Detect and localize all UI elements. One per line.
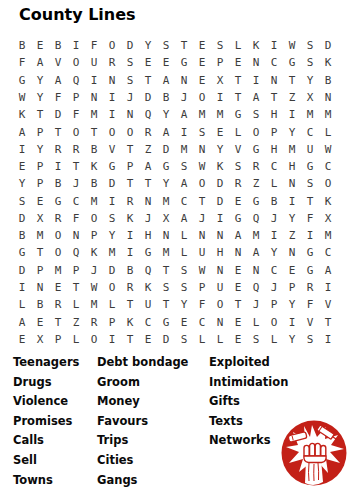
grid-cell[interactable]: S — [157, 279, 175, 296]
grid-cell[interactable]: L — [67, 331, 85, 348]
grid-cell[interactable]: O — [85, 210, 103, 227]
grid-cell[interactable]: A — [157, 123, 175, 140]
grid-cell[interactable]: B — [49, 37, 67, 54]
grid-cell[interactable]: X — [319, 210, 337, 227]
grid-cell[interactable]: T — [121, 331, 139, 348]
grid-cell[interactable]: N — [67, 227, 85, 244]
grid-cell[interactable]: P — [103, 313, 121, 330]
grid-cell[interactable]: B — [49, 175, 67, 192]
grid-cell[interactable]: H — [265, 141, 283, 158]
grid-cell[interactable]: E — [31, 37, 49, 54]
grid-cell[interactable]: Q — [247, 279, 265, 296]
grid-cell[interactable]: C — [265, 158, 283, 175]
grid-cell[interactable]: D — [211, 175, 229, 192]
grid-cell[interactable]: O — [67, 54, 85, 71]
grid-cell[interactable]: S — [301, 54, 319, 71]
grid-cell[interactable]: K — [247, 37, 265, 54]
grid-cell[interactable]: M — [85, 106, 103, 123]
grid-cell[interactable]: G — [247, 193, 265, 210]
grid-cell[interactable]: E — [283, 262, 301, 279]
grid-cell[interactable]: I — [283, 106, 301, 123]
grid-cell[interactable]: Q — [67, 244, 85, 261]
grid-cell[interactable]: V — [319, 296, 337, 313]
grid-cell[interactable]: L — [193, 331, 211, 348]
grid-cell[interactable]: I — [301, 227, 319, 244]
grid-cell[interactable]: B — [121, 262, 139, 279]
grid-cell[interactable]: M — [211, 106, 229, 123]
grid-cell[interactable]: G — [229, 106, 247, 123]
grid-cell[interactable]: O — [265, 313, 283, 330]
grid-cell[interactable]: G — [229, 210, 247, 227]
grid-cell[interactable]: D — [157, 331, 175, 348]
grid-cell[interactable]: T — [265, 89, 283, 106]
grid-cell[interactable]: W — [193, 158, 211, 175]
grid-cell[interactable]: N — [247, 262, 265, 279]
grid-cell[interactable]: D — [103, 175, 121, 192]
grid-cell[interactable]: I — [319, 279, 337, 296]
grid-cell[interactable]: R — [49, 296, 67, 313]
grid-cell[interactable]: C — [175, 193, 193, 210]
grid-cell[interactable]: A — [49, 72, 67, 89]
grid-cell[interactable]: N — [319, 89, 337, 106]
grid-cell[interactable]: Y — [31, 141, 49, 158]
grid-cell[interactable]: S — [193, 123, 211, 140]
grid-cell[interactable]: N — [283, 244, 301, 261]
grid-cell[interactable]: V — [49, 54, 67, 71]
grid-cell[interactable]: M — [301, 106, 319, 123]
grid-cell[interactable]: R — [121, 279, 139, 296]
grid-cell[interactable]: L — [175, 244, 193, 261]
grid-cell[interactable]: E — [49, 279, 67, 296]
grid-cell[interactable]: D — [211, 193, 229, 210]
grid-cell[interactable]: V — [229, 141, 247, 158]
grid-cell[interactable]: L — [229, 123, 247, 140]
grid-cell[interactable]: D — [103, 262, 121, 279]
grid-cell[interactable]: E — [229, 279, 247, 296]
grid-cell[interactable]: D — [139, 89, 157, 106]
grid-cell[interactable]: S — [175, 262, 193, 279]
grid-cell[interactable]: O — [67, 123, 85, 140]
grid-cell[interactable]: J — [265, 210, 283, 227]
grid-cell[interactable]: J — [139, 210, 157, 227]
grid-cell[interactable]: N — [193, 227, 211, 244]
grid-cell[interactable]: C — [265, 262, 283, 279]
grid-cell[interactable]: P — [85, 227, 103, 244]
grid-cell[interactable]: P — [49, 331, 67, 348]
grid-cell[interactable]: K — [319, 193, 337, 210]
grid-cell[interactable]: N — [85, 89, 103, 106]
grid-cell[interactable]: F — [301, 296, 319, 313]
grid-cell[interactable]: H — [139, 227, 157, 244]
grid-cell[interactable]: U — [193, 244, 211, 261]
grid-cell[interactable]: F — [13, 54, 31, 71]
grid-cell[interactable]: B — [31, 296, 49, 313]
grid-cell[interactable]: S — [175, 331, 193, 348]
grid-cell[interactable]: Y — [31, 89, 49, 106]
grid-cell[interactable]: Y — [301, 72, 319, 89]
grid-cell[interactable]: S — [13, 193, 31, 210]
grid-cell[interactable]: E — [139, 54, 157, 71]
grid-cell[interactable]: M — [157, 193, 175, 210]
grid-cell[interactable]: Y — [211, 141, 229, 158]
grid-cell[interactable]: X — [211, 72, 229, 89]
grid-cell[interactable]: N — [229, 244, 247, 261]
grid-cell[interactable]: H — [211, 244, 229, 261]
grid-cell[interactable]: M — [247, 227, 265, 244]
grid-cell[interactable]: G — [301, 244, 319, 261]
grid-cell[interactable]: T — [49, 123, 67, 140]
grid-cell[interactable]: A — [247, 89, 265, 106]
grid-cell[interactable]: R — [229, 175, 247, 192]
grid-cell[interactable]: K — [13, 106, 31, 123]
grid-cell[interactable]: K — [211, 158, 229, 175]
grid-cell[interactable]: M — [157, 244, 175, 261]
grid-cell[interactable]: L — [67, 296, 85, 313]
grid-cell[interactable]: G — [175, 54, 193, 71]
grid-cell[interactable]: C — [139, 313, 157, 330]
grid-cell[interactable]: J — [247, 296, 265, 313]
grid-cell[interactable]: J — [121, 89, 139, 106]
grid-cell[interactable]: F — [193, 296, 211, 313]
grid-cell[interactable]: I — [211, 210, 229, 227]
grid-cell[interactable]: G — [301, 158, 319, 175]
grid-cell[interactable]: T — [175, 37, 193, 54]
grid-cell[interactable]: N — [103, 72, 121, 89]
grid-cell[interactable]: Y — [157, 175, 175, 192]
grid-cell[interactable]: X — [157, 210, 175, 227]
grid-cell[interactable]: O — [319, 175, 337, 192]
grid-cell[interactable]: P — [121, 158, 139, 175]
grid-cell[interactable]: S — [211, 37, 229, 54]
grid-cell[interactable]: L — [103, 296, 121, 313]
grid-cell[interactable]: E — [229, 262, 247, 279]
grid-cell[interactable]: G — [49, 193, 67, 210]
grid-cell[interactable]: O — [103, 123, 121, 140]
grid-cell[interactable]: S — [301, 175, 319, 192]
grid-cell[interactable]: P — [67, 89, 85, 106]
grid-cell[interactable]: V — [103, 141, 121, 158]
grid-cell[interactable]: D — [319, 37, 337, 54]
grid-cell[interactable]: R — [49, 141, 67, 158]
grid-cell[interactable]: Y — [175, 296, 193, 313]
grid-cell[interactable]: N — [211, 227, 229, 244]
grid-cell[interactable]: I — [103, 106, 121, 123]
grid-cell[interactable]: Z — [283, 89, 301, 106]
grid-cell[interactable]: T — [31, 106, 49, 123]
grid-cell[interactable]: T — [121, 296, 139, 313]
grid-cell[interactable]: B — [157, 89, 175, 106]
grid-cell[interactable]: B — [85, 175, 103, 192]
grid-cell[interactable]: S — [103, 210, 121, 227]
grid-cell[interactable]: L — [211, 331, 229, 348]
grid-cell[interactable]: W — [13, 89, 31, 106]
grid-cell[interactable]: Y — [31, 72, 49, 89]
grid-cell[interactable]: F — [67, 210, 85, 227]
grid-cell[interactable]: M — [175, 141, 193, 158]
grid-cell[interactable]: I — [265, 227, 283, 244]
grid-cell[interactable]: I — [103, 89, 121, 106]
grid-cell[interactable]: M — [85, 296, 103, 313]
grid-cell[interactable]: Y — [157, 106, 175, 123]
grid-cell[interactable]: G — [247, 141, 265, 158]
grid-cell[interactable]: R — [139, 123, 157, 140]
grid-cell[interactable]: P — [283, 279, 301, 296]
grid-cell[interactable]: W — [283, 37, 301, 54]
grid-cell[interactable]: I — [175, 123, 193, 140]
grid-cell[interactable]: Q — [139, 106, 157, 123]
grid-cell[interactable]: M — [319, 106, 337, 123]
grid-cell[interactable]: V — [301, 313, 319, 330]
grid-cell[interactable]: Y — [139, 37, 157, 54]
grid-cell[interactable]: B — [85, 141, 103, 158]
grid-cell[interactable]: I — [67, 37, 85, 54]
grid-cell[interactable]: A — [319, 262, 337, 279]
grid-cell[interactable]: E — [157, 54, 175, 71]
grid-cell[interactable]: M — [319, 227, 337, 244]
grid-cell[interactable]: T — [301, 193, 319, 210]
grid-cell[interactable]: Q — [247, 210, 265, 227]
grid-cell[interactable]: A — [229, 227, 247, 244]
grid-cell[interactable]: R — [247, 158, 265, 175]
grid-cell[interactable]: G — [157, 158, 175, 175]
grid-cell[interactable]: N — [121, 106, 139, 123]
grid-cell[interactable]: E — [193, 72, 211, 89]
grid-cell[interactable]: C — [301, 123, 319, 140]
grid-cell[interactable]: N — [265, 72, 283, 89]
grid-cell[interactable]: X — [31, 331, 49, 348]
grid-cell[interactable]: L — [319, 123, 337, 140]
grid-cell[interactable]: E — [13, 158, 31, 175]
grid-cell[interactable]: M — [31, 227, 49, 244]
grid-cell[interactable]: T — [229, 296, 247, 313]
grid-cell[interactable]: T — [121, 175, 139, 192]
grid-cell[interactable]: L — [265, 331, 283, 348]
grid-cell[interactable]: I — [121, 227, 139, 244]
grid-cell[interactable]: G — [13, 244, 31, 261]
grid-cell[interactable]: I — [13, 141, 31, 158]
grid-cell[interactable]: K — [121, 210, 139, 227]
grid-cell[interactable]: W — [319, 141, 337, 158]
grid-cell[interactable]: D — [121, 37, 139, 54]
grid-cell[interactable]: P — [193, 279, 211, 296]
grid-cell[interactable]: U — [211, 279, 229, 296]
grid-cell[interactable]: I — [121, 244, 139, 261]
grid-cell[interactable]: E — [31, 313, 49, 330]
grid-cell[interactable]: B — [13, 37, 31, 54]
grid-cell[interactable]: M — [103, 244, 121, 261]
grid-cell[interactable]: I — [247, 72, 265, 89]
grid-cell[interactable]: H — [265, 106, 283, 123]
grid-cell[interactable]: O — [247, 123, 265, 140]
grid-cell[interactable]: N — [211, 262, 229, 279]
grid-cell[interactable]: S — [301, 37, 319, 54]
grid-cell[interactable]: I — [319, 331, 337, 348]
grid-cell[interactable]: P — [31, 158, 49, 175]
grid-cell[interactable]: E — [229, 193, 247, 210]
grid-cell[interactable]: I — [265, 37, 283, 54]
grid-cell[interactable]: A — [175, 210, 193, 227]
grid-cell[interactable]: B — [319, 72, 337, 89]
grid-cell[interactable]: T — [283, 72, 301, 89]
grid-cell[interactable]: I — [103, 331, 121, 348]
grid-cell[interactable]: I — [283, 313, 301, 330]
grid-cell[interactable]: C — [67, 193, 85, 210]
grid-cell[interactable]: M — [283, 141, 301, 158]
grid-cell[interactable]: T — [157, 296, 175, 313]
grid-cell[interactable]: I — [49, 158, 67, 175]
grid-cell[interactable]: Y — [103, 227, 121, 244]
grid-cell[interactable]: T — [193, 193, 211, 210]
grid-cell[interactable]: E — [229, 331, 247, 348]
grid-cell[interactable]: Z — [283, 227, 301, 244]
grid-cell[interactable]: H — [283, 158, 301, 175]
grid-cell[interactable]: L — [265, 175, 283, 192]
grid-cell[interactable]: O — [193, 175, 211, 192]
grid-cell[interactable]: E — [193, 54, 211, 71]
grid-cell[interactable]: P — [265, 296, 283, 313]
grid-cell[interactable]: T — [139, 175, 157, 192]
grid-cell[interactable]: A — [157, 72, 175, 89]
grid-cell[interactable]: C — [265, 54, 283, 71]
grid-cell[interactable]: Y — [283, 331, 301, 348]
grid-cell[interactable]: I — [13, 279, 31, 296]
grid-cell[interactable]: Z — [139, 141, 157, 158]
grid-cell[interactable]: O — [49, 244, 67, 261]
grid-cell[interactable]: Y — [265, 244, 283, 261]
grid-cell[interactable]: K — [85, 244, 103, 261]
grid-cell[interactable]: A — [31, 54, 49, 71]
grid-cell[interactable]: L — [229, 37, 247, 54]
grid-cell[interactable]: D — [49, 106, 67, 123]
grid-cell[interactable]: K — [85, 158, 103, 175]
grid-cell[interactable]: L — [247, 313, 265, 330]
grid-cell[interactable]: W — [193, 262, 211, 279]
grid-cell[interactable]: T — [319, 313, 337, 330]
grid-cell[interactable]: R — [67, 141, 85, 158]
grid-cell[interactable]: T — [121, 141, 139, 158]
grid-cell[interactable]: O — [103, 37, 121, 54]
grid-cell[interactable]: X — [301, 89, 319, 106]
grid-cell[interactable]: N — [139, 193, 157, 210]
grid-cell[interactable]: A — [13, 313, 31, 330]
grid-cell[interactable]: M — [49, 262, 67, 279]
grid-cell[interactable]: G — [139, 244, 157, 261]
grid-cell[interactable]: E — [31, 193, 49, 210]
grid-cell[interactable]: G — [13, 72, 31, 89]
grid-cell[interactable]: C — [319, 244, 337, 261]
grid-cell[interactable]: W — [85, 279, 103, 296]
grid-cell[interactable]: P — [31, 262, 49, 279]
grid-cell[interactable]: E — [229, 313, 247, 330]
grid-cell[interactable]: S — [175, 279, 193, 296]
grid-cell[interactable]: J — [265, 279, 283, 296]
grid-cell[interactable]: N — [247, 54, 265, 71]
grid-cell[interactable]: P — [67, 262, 85, 279]
grid-cell[interactable]: U — [85, 54, 103, 71]
grid-cell[interactable]: U — [301, 141, 319, 158]
grid-cell[interactable]: T — [229, 89, 247, 106]
grid-cell[interactable]: R — [103, 54, 121, 71]
grid-cell[interactable]: T — [139, 72, 157, 89]
grid-cell[interactable]: K — [121, 313, 139, 330]
grid-cell[interactable]: Z — [247, 175, 265, 192]
grid-cell[interactable]: R — [301, 279, 319, 296]
grid-cell[interactable]: K — [319, 54, 337, 71]
grid-cell[interactable]: T — [157, 262, 175, 279]
grid-cell[interactable]: B — [265, 193, 283, 210]
grid-cell[interactable]: A — [175, 106, 193, 123]
grid-cell[interactable]: Y — [13, 175, 31, 192]
grid-cell[interactable]: O — [85, 331, 103, 348]
grid-cell[interactable]: N — [193, 141, 211, 158]
grid-cell[interactable]: I — [85, 72, 103, 89]
grid-cell[interactable]: G — [157, 313, 175, 330]
grid-cell[interactable]: Y — [283, 296, 301, 313]
grid-cell[interactable]: G — [103, 158, 121, 175]
grid-cell[interactable]: P — [31, 175, 49, 192]
grid-cell[interactable]: S — [229, 158, 247, 175]
grid-cell[interactable]: K — [139, 279, 157, 296]
grid-cell[interactable]: R — [49, 210, 67, 227]
grid-cell[interactable]: E — [193, 37, 211, 54]
grid-cell[interactable]: Q — [139, 262, 157, 279]
grid-cell[interactable]: G — [283, 54, 301, 71]
grid-cell[interactable]: C — [193, 313, 211, 330]
grid-cell[interactable]: E — [13, 331, 31, 348]
grid-cell[interactable]: T — [67, 279, 85, 296]
grid-cell[interactable]: E — [211, 123, 229, 140]
grid-cell[interactable]: G — [301, 262, 319, 279]
grid-cell[interactable]: Q — [67, 72, 85, 89]
grid-cell[interactable]: Z — [67, 313, 85, 330]
grid-cell[interactable]: S — [247, 331, 265, 348]
grid-cell[interactable]: S — [301, 331, 319, 348]
grid-cell[interactable]: E — [229, 54, 247, 71]
grid-cell[interactable]: N — [175, 72, 193, 89]
grid-cell[interactable]: E — [139, 331, 157, 348]
grid-cell[interactable]: N — [211, 313, 229, 330]
grid-cell[interactable]: O — [193, 89, 211, 106]
grid-cell[interactable]: T — [31, 244, 49, 261]
grid-cell[interactable]: P — [211, 54, 229, 71]
grid-cell[interactable]: M — [193, 106, 211, 123]
grid-cell[interactable]: A — [247, 244, 265, 261]
grid-cell[interactable]: C — [319, 158, 337, 175]
grid-cell[interactable]: S — [247, 106, 265, 123]
grid-cell[interactable]: Y — [283, 210, 301, 227]
grid-cell[interactable]: O — [121, 123, 139, 140]
grid-cell[interactable]: S — [175, 158, 193, 175]
grid-cell[interactable]: F — [67, 106, 85, 123]
grid-cell[interactable]: D — [13, 262, 31, 279]
grid-cell[interactable]: Y — [283, 123, 301, 140]
grid-cell[interactable]: D — [157, 141, 175, 158]
grid-cell[interactable]: F — [85, 37, 103, 54]
grid-cell[interactable]: N — [31, 279, 49, 296]
grid-cell[interactable]: J — [67, 175, 85, 192]
grid-cell[interactable]: T — [67, 158, 85, 175]
grid-cell[interactable]: O — [49, 227, 67, 244]
grid-cell[interactable]: E — [175, 313, 193, 330]
grid-cell[interactable]: J — [175, 89, 193, 106]
grid-cell[interactable]: J — [85, 262, 103, 279]
grid-cell[interactable]: A — [175, 175, 193, 192]
grid-cell[interactable]: F — [301, 210, 319, 227]
grid-cell[interactable]: P — [31, 123, 49, 140]
grid-cell[interactable]: S — [157, 37, 175, 54]
grid-cell[interactable]: T — [85, 123, 103, 140]
grid-cell[interactable]: T — [49, 313, 67, 330]
